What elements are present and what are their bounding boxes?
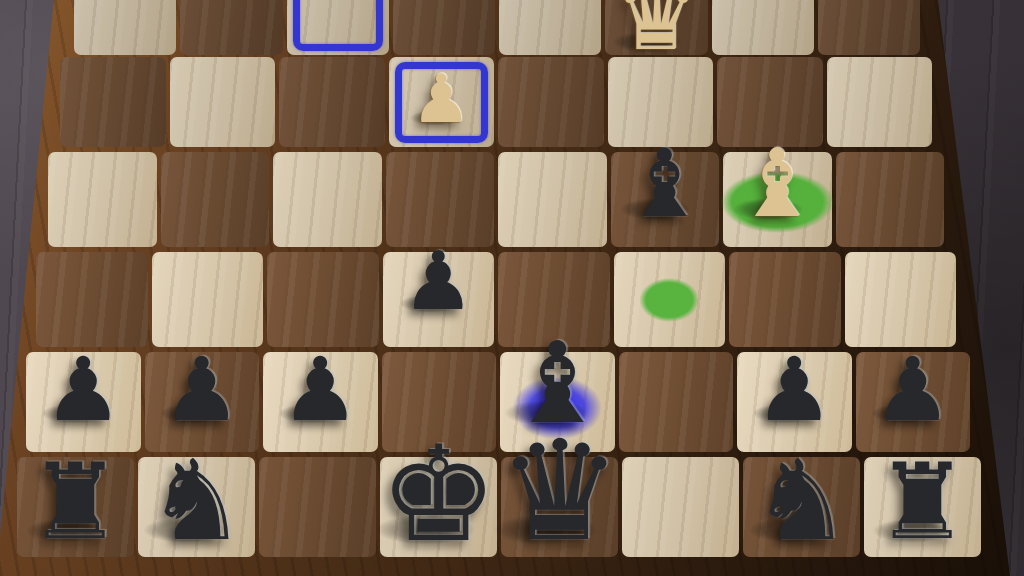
- piece-black-pawn-h7[interactable]: ♟: [44, 346, 123, 434]
- square-f6[interactable]: [267, 252, 379, 347]
- piece-black-queen-d8[interactable]: ♛: [497, 423, 621, 562]
- chess-piece-glyph-bishop: ♝: [623, 137, 707, 231]
- square-d5[interactable]: [498, 152, 607, 247]
- square-c7[interactable]: [619, 352, 734, 452]
- chess-piece-glyph-bishop: ♝: [735, 137, 819, 231]
- square-g4[interactable]: [170, 57, 276, 147]
- highlight-move-dot-c6: [637, 276, 702, 324]
- piece-black-knight-g8[interactable]: ♞: [147, 445, 247, 556]
- chess-piece-glyph-queen: ♛: [497, 423, 621, 562]
- piece-white-bishop-b5[interactable]: ♝: [735, 137, 819, 231]
- chess-piece-glyph-pawn: ♟: [402, 241, 475, 322]
- piece-black-rook-h8[interactable]: ♜: [28, 450, 122, 555]
- chess-piece-glyph-rook: ♜: [875, 450, 969, 555]
- square-e3[interactable]: [393, 0, 495, 55]
- square-a4[interactable]: [827, 57, 933, 147]
- chess-piece-glyph-pawn: ♟: [281, 346, 360, 434]
- square-h5[interactable]: [48, 152, 157, 247]
- piece-white-queen-c3[interactable]: ♛: [615, 0, 698, 63]
- piece-black-pawn-b7[interactable]: ♟: [755, 346, 834, 434]
- chess-piece-glyph-pawn: ♟: [44, 346, 123, 434]
- square-d4[interactable]: [498, 57, 604, 147]
- square-g5[interactable]: [161, 152, 270, 247]
- square-h3[interactable]: [74, 0, 176, 55]
- square-a6[interactable]: [845, 252, 957, 347]
- square-f4[interactable]: [279, 57, 385, 147]
- chess-piece-glyph-knight: ♞: [752, 445, 852, 556]
- piece-black-king-e8[interactable]: ♚: [379, 428, 498, 560]
- square-b3[interactable]: [712, 0, 814, 55]
- square-e5[interactable]: [386, 152, 495, 247]
- chess-piece-glyph-pawn: ♟: [162, 346, 241, 434]
- square-g3[interactable]: [180, 0, 282, 55]
- piece-black-knight-b8[interactable]: ♞: [752, 445, 852, 556]
- chess-app-screen: ♜♞♚♛♞♜♟♟♟♝♟♟♟♝♝♟♛: [0, 0, 1024, 576]
- chess-piece-glyph-knight: ♞: [147, 445, 247, 556]
- square-h6[interactable]: [36, 252, 148, 347]
- piece-black-pawn-e6[interactable]: ♟: [402, 241, 475, 322]
- square-h4[interactable]: [60, 57, 166, 147]
- highlight-last-move-from-f3: [293, 0, 383, 51]
- square-f8[interactable]: [259, 457, 376, 557]
- chess-piece-glyph-pawn: ♟: [873, 346, 952, 434]
- square-g6[interactable]: [152, 252, 264, 347]
- piece-black-bishop-c5[interactable]: ♝: [623, 137, 707, 231]
- chess-piece-glyph-king: ♚: [379, 428, 498, 560]
- chess-piece-glyph-queen: ♛: [615, 0, 698, 63]
- piece-black-rook-a8[interactable]: ♜: [875, 450, 969, 555]
- square-a3[interactable]: [818, 0, 920, 55]
- piece-white-pawn-e4[interactable]: ♟: [411, 66, 471, 133]
- chess-piece-glyph-pawn: ♟: [755, 346, 834, 434]
- square-a5[interactable]: [836, 152, 945, 247]
- piece-black-pawn-g7[interactable]: ♟: [162, 346, 241, 434]
- square-d3[interactable]: [499, 0, 601, 55]
- square-b6[interactable]: [729, 252, 841, 347]
- chess-piece-glyph-pawn: ♟: [411, 66, 471, 133]
- piece-black-pawn-a7[interactable]: ♟: [873, 346, 952, 434]
- piece-black-pawn-f7[interactable]: ♟: [281, 346, 360, 434]
- square-f5[interactable]: [273, 152, 382, 247]
- square-c8[interactable]: [622, 457, 739, 557]
- chess-piece-glyph-rook: ♜: [28, 450, 122, 555]
